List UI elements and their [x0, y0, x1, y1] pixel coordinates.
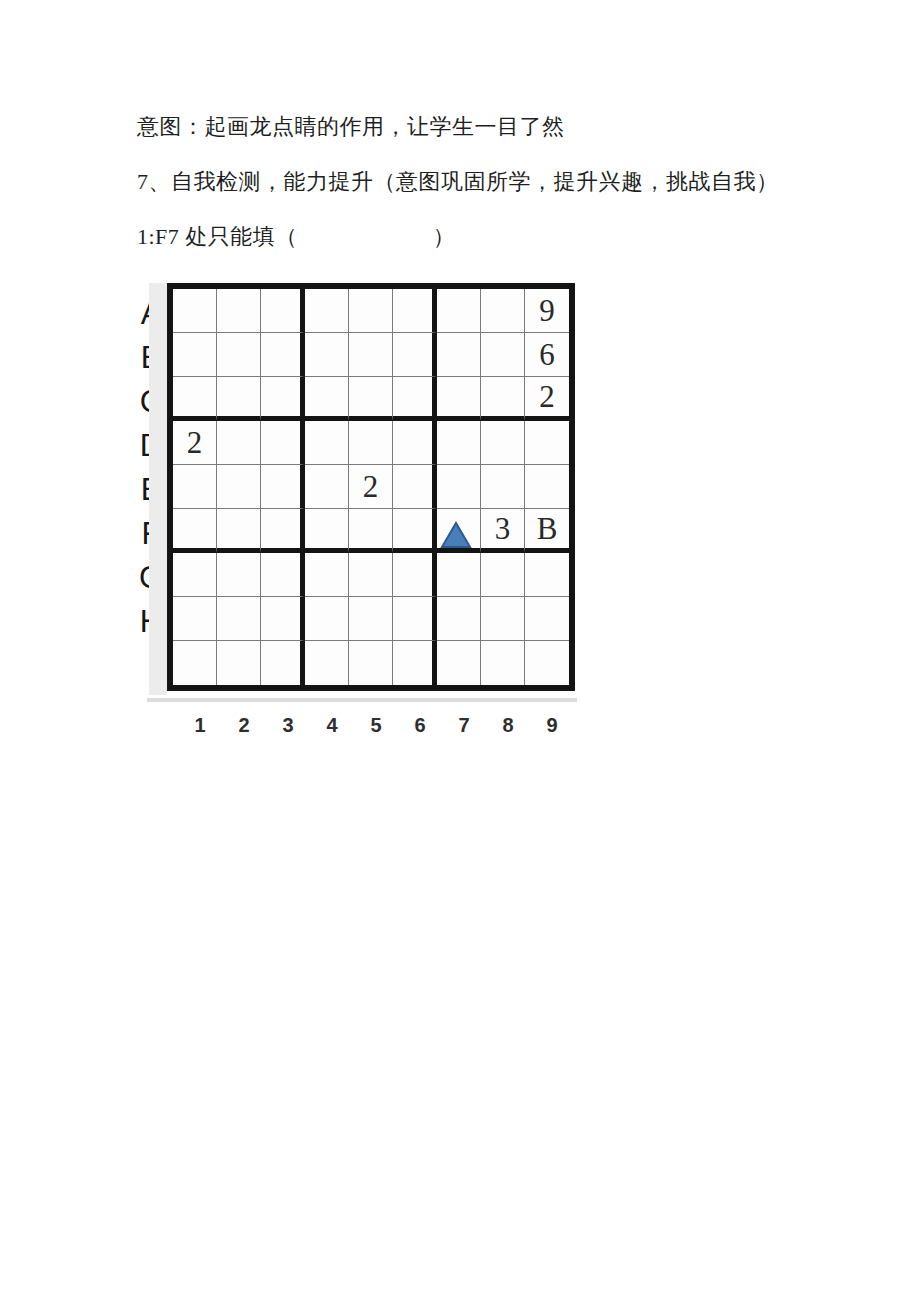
cell-H6 — [393, 597, 437, 641]
cell-I7 — [437, 641, 481, 685]
cell-A8 — [481, 289, 525, 333]
cell-E7 — [437, 465, 481, 509]
cell-H3 — [261, 597, 305, 641]
col-label-3: 3 — [266, 714, 310, 737]
cell-E2 — [217, 465, 261, 509]
cell-E6 — [393, 465, 437, 509]
cell-B9: 6 — [525, 333, 569, 377]
cell-H7 — [437, 597, 481, 641]
cell-G9 — [525, 553, 569, 597]
section-heading-line: 7、自我检测，能力提升（意图巩固所学，提升兴趣，挑战自我） — [137, 167, 857, 196]
cell-D4 — [305, 421, 349, 465]
cell-H8 — [481, 597, 525, 641]
col-label-8: 8 — [486, 714, 530, 737]
col-label-2: 2 — [222, 714, 266, 737]
cell-F8: 3 — [481, 509, 525, 553]
cell-F7 — [437, 509, 481, 553]
cell-D6 — [393, 421, 437, 465]
cell-B4 — [305, 333, 349, 377]
cell-G1 — [173, 553, 217, 597]
col-label-4: 4 — [310, 714, 354, 737]
cell-C6 — [393, 377, 437, 421]
cell-D8 — [481, 421, 525, 465]
cell-I3 — [261, 641, 305, 685]
col-labels: 123456789 — [178, 714, 574, 737]
cell-C9: 2 — [525, 377, 569, 421]
cell-G6 — [393, 553, 437, 597]
cell-D2 — [217, 421, 261, 465]
cell-C5 — [349, 377, 393, 421]
cell-B2 — [217, 333, 261, 377]
cell-E3 — [261, 465, 305, 509]
cell-C1 — [173, 377, 217, 421]
col-label-7: 7 — [442, 714, 486, 737]
question-text-block: 意图：起画龙点睛的作用，让学生一目了然 7、自我检测，能力提升（意图巩固所学，提… — [137, 112, 857, 277]
cell-F1 — [173, 509, 217, 553]
cell-G4 — [305, 553, 349, 597]
cell-E5: 2 — [349, 465, 393, 509]
cell-B7 — [437, 333, 481, 377]
worksheet-page: 意图：起画龙点睛的作用，让学生一目了然 7、自我检测，能力提升（意图巩固所学，提… — [0, 0, 920, 1301]
cell-D9 — [525, 421, 569, 465]
cell-A9: 9 — [525, 289, 569, 333]
cell-B3 — [261, 333, 305, 377]
cell-D5 — [349, 421, 393, 465]
col-label-1: 1 — [178, 714, 222, 737]
cell-B6 — [393, 333, 437, 377]
cell-I2 — [217, 641, 261, 685]
col-label-6: 6 — [398, 714, 442, 737]
sudoku-board: ABCDEFGHI 962223B — [137, 283, 575, 691]
cell-C3 — [261, 377, 305, 421]
cell-D3 — [261, 421, 305, 465]
col-label-5: 5 — [354, 714, 398, 737]
cell-I9 — [525, 641, 569, 685]
question-line: 1:F7 处只能填（ ） — [137, 222, 857, 251]
cell-A7 — [437, 289, 481, 333]
cell-D7 — [437, 421, 481, 465]
cell-A4 — [305, 289, 349, 333]
col-label-9: 9 — [530, 714, 574, 737]
cell-F4 — [305, 509, 349, 553]
cell-E4 — [305, 465, 349, 509]
intent-line: 意图：起画龙点睛的作用，让学生一目了然 — [137, 112, 857, 141]
cell-H1 — [173, 597, 217, 641]
cell-F9: B — [525, 509, 569, 553]
cell-I5 — [349, 641, 393, 685]
cell-B5 — [349, 333, 393, 377]
cell-H4 — [305, 597, 349, 641]
grid-frame: 962223B — [167, 283, 575, 691]
cell-G3 — [261, 553, 305, 597]
cell-G8 — [481, 553, 525, 597]
sudoku-grid: 962223B — [167, 283, 575, 691]
cell-B1 — [173, 333, 217, 377]
cell-B8 — [481, 333, 525, 377]
cell-H2 — [217, 597, 261, 641]
cell-G5 — [349, 553, 393, 597]
cell-C8 — [481, 377, 525, 421]
cell-A6 — [393, 289, 437, 333]
cell-I8 — [481, 641, 525, 685]
cell-A3 — [261, 289, 305, 333]
cell-C7 — [437, 377, 481, 421]
triangle-marker — [440, 521, 472, 549]
cell-I4 — [305, 641, 349, 685]
cell-A2 — [217, 289, 261, 333]
cell-A1 — [173, 289, 217, 333]
cell-E8 — [481, 465, 525, 509]
cell-G2 — [217, 553, 261, 597]
cell-A5 — [349, 289, 393, 333]
cell-E1 — [173, 465, 217, 509]
cell-F3 — [261, 509, 305, 553]
cell-E9 — [525, 465, 569, 509]
cell-C4 — [305, 377, 349, 421]
cell-F5 — [349, 509, 393, 553]
cell-I6 — [393, 641, 437, 685]
cell-D1: 2 — [173, 421, 217, 465]
cell-H5 — [349, 597, 393, 641]
cell-G7 — [437, 553, 481, 597]
cell-F2 — [217, 509, 261, 553]
cell-F6 — [393, 509, 437, 553]
cell-I1 — [173, 641, 217, 685]
cell-H9 — [525, 597, 569, 641]
cell-C2 — [217, 377, 261, 421]
